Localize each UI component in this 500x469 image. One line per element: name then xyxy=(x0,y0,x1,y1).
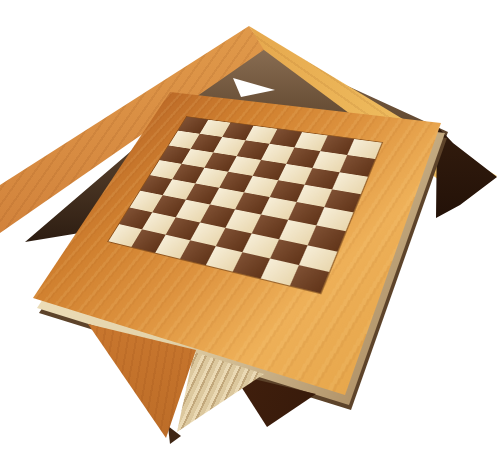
board-grid xyxy=(108,117,381,293)
photo-stage xyxy=(0,0,500,469)
